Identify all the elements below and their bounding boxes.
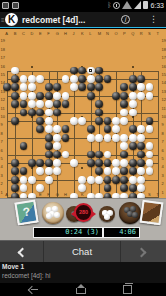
white-stone-D6 (28, 176, 36, 184)
black-stone-H11 (62, 134, 70, 142)
go-board[interactable]: AA1919BB1818CC1717DD1616EE1515FF1414GG13… (0, 29, 166, 198)
white-stone-S16 (146, 92, 154, 100)
action-bar: ≡ K redcomet [4d]... i ⋮ (0, 12, 166, 28)
android-nav-bar (0, 283, 166, 296)
recents-button[interactable] (123, 285, 132, 294)
white-stone-O8 (112, 159, 120, 167)
black-stone-M14 (95, 109, 103, 117)
white-stone-G8 (53, 159, 61, 167)
white-stone-H16 (62, 92, 70, 100)
move-number-badge: 280 (74, 203, 93, 222)
board-col-label-top: M (98, 32, 101, 36)
white-stone-K5 (78, 184, 86, 192)
white-stone-O13 (112, 117, 120, 125)
black-stone-F16 (45, 92, 53, 100)
white-stone-R11 (137, 134, 145, 142)
black-stone-N18 (104, 75, 112, 83)
player-tray: ? 280 (0, 198, 166, 226)
black-stone-N5 (104, 184, 112, 192)
white-stone-R6 (137, 176, 145, 184)
white-stone-N9 (104, 151, 112, 159)
next-move-button[interactable] (121, 241, 165, 262)
white-mini-stone (104, 214, 110, 220)
clock-text: 6:33 (150, 2, 164, 9)
notification-icon (2, 2, 9, 9)
white-stone-S9 (146, 151, 154, 159)
notification-icon (12, 2, 19, 9)
black-stone-L17 (87, 83, 95, 91)
black-stone-B5 (11, 184, 19, 192)
white-stone-P11 (120, 134, 128, 142)
black-mini-stone (132, 212, 138, 218)
alarm-icon (113, 2, 120, 9)
black-stone-M15 (95, 100, 103, 108)
black-stone-M8 (95, 159, 103, 167)
white-stone-R12 (137, 125, 145, 133)
white-stone-G7 (53, 167, 61, 175)
board-row-label-right: 19 (162, 39, 166, 43)
board-col-label-top: J (73, 32, 75, 36)
black-stone-C15 (20, 100, 28, 108)
board-col-label-top: B (14, 32, 17, 36)
black-stone-N8 (104, 159, 112, 167)
black-stone-B7 (11, 167, 19, 175)
chat-message: redcomet [4d]: hi (2, 272, 50, 279)
board-row-label-left: 19 (1, 39, 5, 43)
battery-icon (143, 1, 148, 9)
white-clock: 0:24 (3) (33, 227, 103, 238)
black-stone-Q7 (129, 167, 137, 175)
white-stone-O12 (112, 125, 120, 133)
white-stone-L18 (87, 75, 95, 83)
black-stone-N12 (104, 125, 112, 133)
white-stone-E7 (36, 167, 44, 175)
black-stone-K19 (78, 67, 86, 75)
black-stone-L9 (87, 151, 95, 159)
black-stone-N6 (104, 176, 112, 184)
black-stone-Q5 (129, 184, 137, 192)
white-stone-R16 (137, 92, 145, 100)
white-stone-F13 (45, 117, 53, 125)
white-player-avatar[interactable]: ? (14, 199, 38, 225)
white-stone-H18 (62, 75, 70, 83)
white-stone-G10 (53, 142, 61, 150)
black-stone-A17 (3, 83, 11, 91)
info-icon[interactable]: i (121, 15, 130, 24)
black-player-avatar[interactable] (140, 200, 164, 226)
black-stone-B15 (11, 100, 19, 108)
black-stone-K18 (78, 75, 86, 83)
prev-move-button[interactable] (0, 241, 44, 262)
black-stone-Q8 (129, 159, 137, 167)
home-button[interactable] (76, 285, 86, 294)
white-stone-G12 (53, 125, 61, 133)
black-stone-P6 (120, 176, 128, 184)
black-stone-M19 (95, 67, 103, 75)
board-row-label-left: 17 (1, 56, 5, 60)
white-stone-Q15 (129, 100, 137, 108)
black-stone-M7 (95, 167, 103, 175)
black-stone-B18 (11, 75, 19, 83)
black-stone-P5 (120, 184, 128, 192)
board-col-label-top: O (115, 32, 118, 36)
white-stone-R17 (137, 83, 145, 91)
black-stone-C10 (20, 142, 28, 150)
black-stone-L8 (87, 159, 95, 167)
board-col-label-top: P (123, 32, 126, 36)
white-stone-M6 (95, 176, 103, 184)
white-stone-S10 (146, 142, 154, 150)
black-stone-S13 (146, 117, 154, 125)
board-row-label-right: 17 (162, 56, 166, 60)
black-stone-O16 (112, 92, 120, 100)
bottom-toolbar: Chat (0, 240, 166, 262)
white-stone-K13 (78, 117, 86, 125)
black-stone-R9 (137, 151, 145, 159)
white-stone-P10 (120, 142, 128, 150)
black-prisoner-lid (99, 206, 115, 222)
black-stone-P15 (120, 100, 128, 108)
black-stone-B6 (11, 176, 19, 184)
white-stone-S8 (146, 159, 154, 167)
white-stone-G16 (53, 92, 61, 100)
white-stone-R7 (137, 167, 145, 175)
black-stone-Q18 (129, 75, 137, 83)
black-stone-R10 (137, 142, 145, 150)
black-stone-M13 (95, 117, 103, 125)
board-col-label-top: K (81, 32, 84, 36)
board-row-label-right: 18 (162, 48, 166, 52)
white-stone-C6 (20, 176, 28, 184)
android-status-bar: ᛒ 6:33 (0, 0, 166, 12)
black-stone-C14 (20, 109, 28, 117)
white-stone-Q14 (129, 109, 137, 117)
black-stone-G9 (53, 151, 61, 159)
white-stone-B19 (11, 67, 19, 75)
black-stone-E13 (36, 117, 44, 125)
white-stone-F14 (45, 109, 53, 117)
black-stone-L16 (87, 92, 95, 100)
black-stone-P9 (120, 151, 128, 159)
white-stone-E5 (36, 184, 44, 192)
white-stone-Q6 (129, 176, 137, 184)
white-stone-P8 (120, 159, 128, 167)
white-stone-F6 (45, 176, 53, 184)
white-stone-J13 (70, 117, 78, 125)
board-col-label-top: A (5, 32, 8, 36)
board-col-label-top: F (47, 32, 49, 36)
black-stone-M17 (95, 83, 103, 91)
white-stone-G11 (53, 134, 61, 142)
board-row-label-left: 18 (1, 48, 5, 52)
system-icons: ᛒ 6:33 (107, 1, 164, 9)
white-mini-stone (54, 212, 60, 218)
white-stone-S12 (146, 125, 154, 133)
board-col-label-top: E (39, 32, 42, 36)
black-stone-D14 (28, 109, 36, 117)
white-stone-R5 (137, 184, 145, 192)
black-stone-C7 (20, 167, 28, 175)
black-stone-G14 (53, 109, 61, 117)
black-stone-G17 (53, 83, 61, 91)
white-stone-C16 (20, 92, 28, 100)
black-stone-Q10 (129, 142, 137, 150)
black-stone-P17 (120, 83, 128, 91)
board-col-label-top: H (64, 32, 67, 36)
board-col-label-top: G (56, 32, 59, 36)
game-title: redcomet [4d]... (22, 15, 85, 25)
black-stone-E14 (36, 109, 44, 117)
white-stone-L6 (87, 176, 95, 184)
board-col-label-top: T (157, 32, 159, 36)
black-stone-B17 (11, 83, 19, 91)
white-stone-J18 (70, 75, 78, 83)
white-stone-J17 (70, 83, 78, 91)
white-stone-L11 (87, 134, 95, 142)
kgs-logo[interactable]: K (5, 13, 18, 26)
black-stone-N13 (104, 117, 112, 125)
white-stone-C5 (20, 184, 28, 192)
black-clock: 4:06 (103, 227, 140, 238)
white-stone-D17 (28, 83, 36, 91)
black-stone-F9 (45, 151, 53, 159)
black-stone-B13 (11, 117, 19, 125)
board-col-label-top: Q (131, 32, 134, 36)
notification-icons (2, 2, 19, 9)
black-stone-L12 (87, 125, 95, 133)
black-stone-F17 (45, 83, 53, 91)
board-col-label-top: D (31, 32, 34, 36)
last-move-marker (89, 69, 92, 72)
black-stone-B16 (11, 92, 19, 100)
white-stone-F15 (45, 100, 53, 108)
black-stone-R8 (137, 159, 145, 167)
white-stone-D18 (28, 75, 36, 83)
black-stone-Q17 (129, 83, 137, 91)
bluetooth-icon: ᛒ (107, 1, 111, 9)
black-stone-R18 (137, 75, 145, 83)
overflow-menu-icon[interactable]: ⋮ (149, 14, 158, 24)
white-stone-J8 (70, 159, 78, 167)
black-stone-M9 (95, 151, 103, 159)
white-stone-L19 (87, 67, 95, 75)
white-stone-bowl (42, 202, 64, 224)
white-stone-S7 (146, 167, 154, 175)
white-stone-S17 (146, 83, 154, 91)
black-stone-E16 (36, 92, 44, 100)
black-stone-M18 (95, 75, 103, 83)
black-stone-F11 (45, 134, 53, 142)
black-stone-H12 (62, 125, 70, 133)
board-col-label-top: S (148, 32, 151, 36)
black-stone-H15 (62, 100, 70, 108)
white-stone-E18 (36, 75, 44, 83)
white-stone-D16 (28, 92, 36, 100)
move-label: Move 1 (2, 263, 24, 270)
timer-strip: 0:24 (3) 4:06 (0, 226, 166, 240)
chevron-right-icon (137, 247, 147, 257)
white-stone-F7 (45, 167, 53, 175)
black-stone-F10 (45, 142, 53, 150)
black-stone-bowl (119, 202, 141, 224)
black-stone-K17 (78, 83, 86, 91)
board-col-label-top: C (22, 32, 25, 36)
white-stone-Q11 (129, 134, 137, 142)
status-text-area: Move 1 redcomet [4d]: hi (0, 262, 166, 283)
white-stone-Q16 (129, 92, 137, 100)
white-mini-stone (46, 213, 52, 219)
black-stone-E8 (36, 159, 44, 167)
back-button[interactable] (29, 285, 38, 294)
white-stone-N11 (104, 134, 112, 142)
app-screen: ᛒ 6:33 ≡ K redcomet [4d]... i ⋮ AA1919BB… (0, 0, 166, 296)
white-stone-M11 (95, 134, 103, 142)
black-stone-P7 (120, 167, 128, 175)
white-stone-N7 (104, 167, 112, 175)
white-stone-C17 (20, 83, 28, 91)
white-stone-K6 (78, 176, 86, 184)
black-stone-B8 (11, 159, 19, 167)
black-stone-G15 (53, 100, 61, 108)
black-stone-F8 (45, 159, 53, 167)
black-stone-Q12 (129, 125, 137, 133)
chat-button[interactable]: Chat (44, 241, 121, 262)
white-stone-P14 (120, 109, 128, 117)
white-stone-O11 (112, 134, 120, 142)
black-stone-D8 (28, 159, 36, 167)
black-stone-E12 (36, 125, 44, 133)
board-col-label-top: L (89, 32, 91, 36)
chevron-left-icon (18, 247, 28, 257)
wifi-icon (122, 1, 132, 9)
white-stone-C18 (20, 75, 28, 83)
signal-icon (134, 1, 141, 9)
white-stone-F12 (45, 125, 53, 133)
board-col-label-top: N (106, 32, 109, 36)
white-stone-P13 (120, 117, 128, 125)
white-stone-H9 (62, 151, 70, 159)
board-col-label-top: R (140, 32, 143, 36)
white-stone-D15 (28, 100, 36, 108)
black-stone-J19 (70, 67, 78, 75)
black-stone-O6 (112, 176, 120, 184)
drawer-handle-icon[interactable]: ≡ (1, 17, 5, 23)
white-stone-O7 (112, 167, 120, 175)
white-stone-E15 (36, 100, 44, 108)
black-stone-P16 (120, 92, 128, 100)
